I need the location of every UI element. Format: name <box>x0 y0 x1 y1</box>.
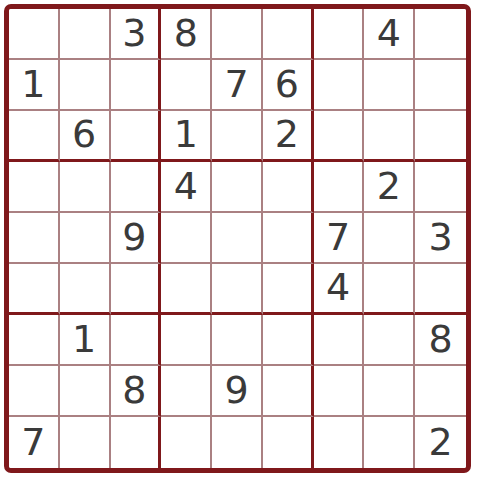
cell-r5c2[interactable] <box>60 213 111 264</box>
cell-r9c8[interactable] <box>364 417 415 468</box>
given-digit: 2 <box>275 115 299 153</box>
cell-r4c1[interactable] <box>9 162 60 213</box>
cell-r3c5[interactable] <box>212 111 263 162</box>
cell-r6c7[interactable]: 4 <box>314 264 365 315</box>
cell-r9c3[interactable] <box>111 417 162 468</box>
cell-r4c2[interactable] <box>60 162 111 213</box>
cell-r8c4[interactable] <box>161 366 212 417</box>
cell-r5c4[interactable] <box>161 213 212 264</box>
cell-r9c6[interactable] <box>263 417 314 468</box>
cell-r5c1[interactable] <box>9 213 60 264</box>
given-digit: 7 <box>326 218 350 256</box>
cell-r8c9[interactable] <box>415 366 466 417</box>
cell-r3c2[interactable]: 6 <box>60 111 111 162</box>
cell-r6c3[interactable] <box>111 264 162 315</box>
cell-r1c4[interactable]: 8 <box>161 9 212 60</box>
cell-r9c5[interactable] <box>212 417 263 468</box>
given-digit: 4 <box>326 268 350 306</box>
given-digit: 1 <box>21 65 45 103</box>
cell-r1c7[interactable] <box>314 9 365 60</box>
given-digit: 6 <box>275 65 299 103</box>
cell-r2c1[interactable]: 1 <box>9 60 60 111</box>
cell-r7c4[interactable] <box>161 315 212 366</box>
cell-r6c4[interactable] <box>161 264 212 315</box>
cell-r3c1[interactable] <box>9 111 60 162</box>
cell-r3c9[interactable] <box>415 111 466 162</box>
cell-r3c4[interactable]: 1 <box>161 111 212 162</box>
cell-r1c8[interactable]: 4 <box>364 9 415 60</box>
cell-r7c3[interactable] <box>111 315 162 366</box>
cell-r8c5[interactable]: 9 <box>212 366 263 417</box>
cell-r2c2[interactable] <box>60 60 111 111</box>
cell-r8c7[interactable] <box>314 366 365 417</box>
cell-r4c4[interactable]: 4 <box>161 162 212 213</box>
cell-r4c9[interactable] <box>415 162 466 213</box>
cell-r4c7[interactable] <box>314 162 365 213</box>
cell-r3c6[interactable]: 2 <box>263 111 314 162</box>
given-digit: 4 <box>377 14 401 52</box>
given-digit: 3 <box>429 218 453 256</box>
cell-r9c7[interactable] <box>314 417 365 468</box>
given-digit: 4 <box>174 167 198 205</box>
given-digit: 2 <box>377 167 401 205</box>
cell-r2c7[interactable] <box>314 60 365 111</box>
cell-r6c5[interactable] <box>212 264 263 315</box>
cell-r6c6[interactable] <box>263 264 314 315</box>
given-digit: 7 <box>21 423 45 461</box>
cell-r2c3[interactable] <box>111 60 162 111</box>
given-digit: 3 <box>122 14 146 52</box>
given-digit: 9 <box>224 371 248 409</box>
cell-r7c9[interactable]: 8 <box>415 315 466 366</box>
cell-r6c2[interactable] <box>60 264 111 315</box>
cell-r9c4[interactable] <box>161 417 212 468</box>
cell-r4c5[interactable] <box>212 162 263 213</box>
given-digit: 1 <box>174 115 198 153</box>
cell-r7c1[interactable] <box>9 315 60 366</box>
sudoku-screen: 384176612429734188972 <box>0 0 478 480</box>
cell-r1c3[interactable]: 3 <box>111 9 162 60</box>
cell-r6c1[interactable] <box>9 264 60 315</box>
given-digit: 7 <box>224 65 248 103</box>
cell-r1c5[interactable] <box>212 9 263 60</box>
cell-r8c1[interactable] <box>9 366 60 417</box>
cell-r7c8[interactable] <box>364 315 415 366</box>
cell-r8c2[interactable] <box>60 366 111 417</box>
cell-r3c8[interactable] <box>364 111 415 162</box>
cell-r5c9[interactable]: 3 <box>415 213 466 264</box>
cell-r2c9[interactable] <box>415 60 466 111</box>
given-digit: 6 <box>72 115 96 153</box>
cell-r5c6[interactable] <box>263 213 314 264</box>
cell-r4c3[interactable] <box>111 162 162 213</box>
sudoku-board: 384176612429734188972 <box>4 4 471 473</box>
cell-r5c8[interactable] <box>364 213 415 264</box>
given-digit: 2 <box>429 423 453 461</box>
cell-r2c6[interactable]: 6 <box>263 60 314 111</box>
cell-r2c5[interactable]: 7 <box>212 60 263 111</box>
cell-r5c5[interactable] <box>212 213 263 264</box>
cell-r6c9[interactable] <box>415 264 466 315</box>
cell-r5c3[interactable]: 9 <box>111 213 162 264</box>
cell-r9c9[interactable]: 2 <box>415 417 466 468</box>
cell-r7c5[interactable] <box>212 315 263 366</box>
cell-r7c6[interactable] <box>263 315 314 366</box>
given-digit: 8 <box>429 320 453 358</box>
cell-r9c1[interactable]: 7 <box>9 417 60 468</box>
cell-r8c3[interactable]: 8 <box>111 366 162 417</box>
cell-r1c6[interactable] <box>263 9 314 60</box>
cell-r8c6[interactable] <box>263 366 314 417</box>
given-digit: 9 <box>122 218 146 256</box>
cell-r3c7[interactable] <box>314 111 365 162</box>
cell-r3c3[interactable] <box>111 111 162 162</box>
cell-r4c8[interactable]: 2 <box>364 162 415 213</box>
given-digit: 8 <box>174 14 198 52</box>
cell-r4c6[interactable] <box>263 162 314 213</box>
cell-r7c7[interactable] <box>314 315 365 366</box>
cell-r6c8[interactable] <box>364 264 415 315</box>
cell-r7c2[interactable]: 1 <box>60 315 111 366</box>
cell-r8c8[interactable] <box>364 366 415 417</box>
cell-r1c1[interactable] <box>9 9 60 60</box>
cell-r2c8[interactable] <box>364 60 415 111</box>
cell-r2c4[interactable] <box>161 60 212 111</box>
cell-r9c2[interactable] <box>60 417 111 468</box>
given-digit: 8 <box>122 371 146 409</box>
cell-r1c9[interactable] <box>415 9 466 60</box>
given-digit: 1 <box>72 320 96 358</box>
cell-r1c2[interactable] <box>60 9 111 60</box>
cell-r5c7[interactable]: 7 <box>314 213 365 264</box>
